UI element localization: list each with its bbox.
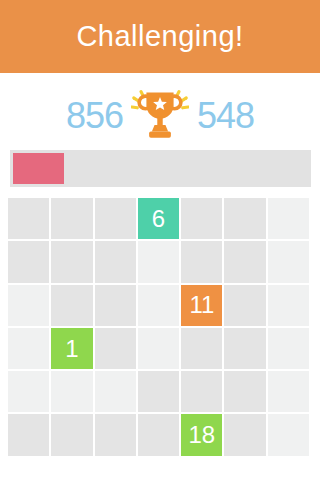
- grid-cell-r3c3[interactable]: [138, 328, 179, 369]
- grid-cell-r3c6[interactable]: [268, 328, 309, 369]
- tile-11[interactable]: 11: [181, 285, 222, 326]
- grid-cell-r4c5[interactable]: [224, 371, 265, 412]
- grid-cell-r2c6[interactable]: [268, 285, 309, 326]
- grid-cell-r4c4[interactable]: [181, 371, 222, 412]
- score-panel: 856 548: [0, 84, 320, 148]
- progress-fill: [13, 153, 64, 184]
- grid-cell-r3c0[interactable]: [8, 328, 49, 369]
- grid-cell-r1c3[interactable]: [138, 241, 179, 282]
- grid-cell-r1c2[interactable]: [95, 241, 136, 282]
- grid-cell-r4c0[interactable]: [8, 371, 49, 412]
- grid-cell-r2c2[interactable]: [95, 285, 136, 326]
- header-bar: Challenging!: [0, 0, 320, 73]
- grid-cell-r0c1[interactable]: [51, 198, 92, 239]
- page-title: Challenging!: [76, 20, 243, 53]
- app-screen: Challenging! 856 548: [0, 0, 320, 480]
- grid-cell-r4c1[interactable]: [51, 371, 92, 412]
- grid-cell-r1c0[interactable]: [8, 241, 49, 282]
- grid-cell-r5c2[interactable]: [95, 414, 136, 455]
- grid-cell-r1c6[interactable]: [268, 241, 309, 282]
- grid-cell-r0c2[interactable]: [95, 198, 136, 239]
- grid-cell-r2c5[interactable]: [224, 285, 265, 326]
- grid-cell-r5c6[interactable]: [268, 414, 309, 455]
- grid-cell-r5c1[interactable]: [51, 414, 92, 455]
- right-score: 548: [197, 98, 254, 134]
- grid-cell-r5c5[interactable]: [224, 414, 265, 455]
- grid-cell-r2c1[interactable]: [51, 285, 92, 326]
- grid-cell-r4c3[interactable]: [138, 371, 179, 412]
- tile-18[interactable]: 18: [181, 414, 222, 455]
- tile-6[interactable]: 6: [138, 198, 179, 239]
- grid-cell-r0c0[interactable]: [8, 198, 49, 239]
- grid-cell-r5c3[interactable]: [138, 414, 179, 455]
- grid-cell-r0c4[interactable]: [181, 198, 222, 239]
- grid-cell-r1c4[interactable]: [181, 241, 222, 282]
- tile-1[interactable]: 1: [51, 328, 92, 369]
- grid-cell-r3c2[interactable]: [95, 328, 136, 369]
- grid-cell-r1c1[interactable]: [51, 241, 92, 282]
- grid-cell-r0c5[interactable]: [224, 198, 265, 239]
- grid-cell-r4c6[interactable]: [268, 371, 309, 412]
- trophy-icon: [131, 89, 189, 143]
- grid-cell-r3c5[interactable]: [224, 328, 265, 369]
- grid-cell-r0c6[interactable]: [268, 198, 309, 239]
- grid-cell-r1c5[interactable]: [224, 241, 265, 282]
- game-board: 611118: [8, 198, 309, 456]
- progress-bar: [10, 150, 311, 187]
- grid-cell-r2c3[interactable]: [138, 285, 179, 326]
- grid-cell-r3c4[interactable]: [181, 328, 222, 369]
- grid-cell-r4c2[interactable]: [95, 371, 136, 412]
- grid-cell-r5c0[interactable]: [8, 414, 49, 455]
- left-score: 856: [66, 98, 123, 134]
- grid-cell-r2c0[interactable]: [8, 285, 49, 326]
